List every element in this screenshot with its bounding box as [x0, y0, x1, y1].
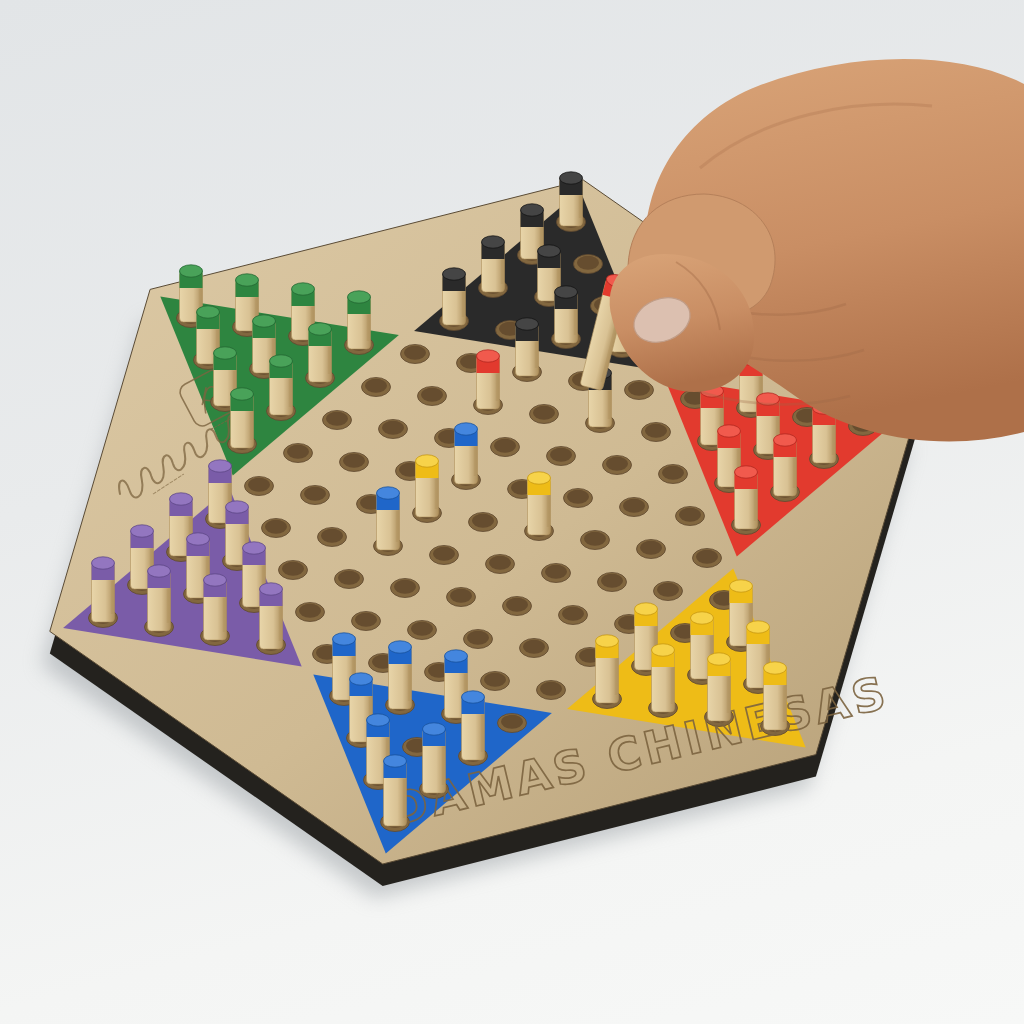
hole	[245, 477, 274, 496]
peg-black	[443, 268, 466, 325]
peg-yellow	[416, 455, 439, 517]
hole	[301, 486, 330, 505]
hole	[379, 420, 408, 439]
peg-black	[555, 286, 578, 343]
hole	[296, 603, 325, 622]
peg-blue	[384, 755, 407, 826]
hole	[401, 345, 430, 364]
hole	[603, 456, 632, 475]
peg-blue	[455, 423, 478, 484]
hole	[574, 255, 603, 274]
hole	[530, 405, 559, 424]
hole	[498, 714, 527, 733]
hole	[581, 531, 610, 550]
peg-red	[774, 434, 797, 496]
hole	[362, 378, 391, 397]
hole	[642, 423, 671, 442]
hole	[408, 621, 437, 640]
hole	[391, 579, 420, 598]
hole	[693, 549, 722, 568]
peg-black	[516, 318, 539, 376]
hole	[520, 639, 549, 658]
hole	[537, 681, 566, 700]
peg-green	[231, 388, 254, 448]
peg-yellow	[708, 653, 731, 721]
hole	[279, 561, 308, 580]
peg-green	[270, 355, 293, 415]
peg-red	[735, 466, 758, 529]
hole	[323, 411, 352, 430]
hole	[464, 630, 493, 649]
peg-purple	[260, 583, 283, 649]
hole	[659, 465, 688, 484]
hole	[447, 588, 476, 607]
hole	[547, 447, 576, 466]
hole	[564, 489, 593, 508]
peg-black	[482, 236, 505, 292]
hole	[491, 438, 520, 457]
hole	[559, 606, 588, 625]
hole	[352, 612, 381, 631]
hole	[598, 573, 627, 592]
hole	[625, 381, 654, 400]
peg-yellow	[596, 635, 619, 703]
hole	[284, 444, 313, 463]
hole	[503, 597, 532, 616]
peg-blue	[462, 691, 485, 760]
hole	[481, 672, 510, 691]
hole	[469, 513, 498, 532]
peg-yellow	[764, 662, 787, 730]
hole	[654, 582, 683, 601]
hole	[486, 555, 515, 574]
peg-green	[309, 323, 332, 382]
hole	[637, 540, 666, 559]
peg-purple	[204, 574, 227, 640]
hole	[335, 570, 364, 589]
scene: DAMAS CHINESAS	[0, 0, 1024, 1024]
hole	[430, 546, 459, 565]
hole	[620, 498, 649, 517]
hole	[262, 519, 291, 538]
peg-red	[477, 350, 500, 409]
peg-purple	[148, 565, 171, 631]
hole	[542, 564, 571, 583]
peg-yellow	[652, 644, 675, 712]
peg-purple	[92, 557, 115, 622]
hole	[318, 528, 347, 547]
peg-green	[348, 291, 371, 349]
hole	[340, 453, 369, 472]
peg-yellow	[528, 472, 551, 535]
board-photo: DAMAS CHINESAS	[0, 0, 1024, 1024]
peg-blue	[389, 641, 412, 709]
hole	[418, 387, 447, 406]
hole	[676, 507, 705, 526]
peg-black	[560, 172, 583, 226]
peg-blue	[377, 487, 400, 550]
peg-blue	[423, 723, 446, 793]
